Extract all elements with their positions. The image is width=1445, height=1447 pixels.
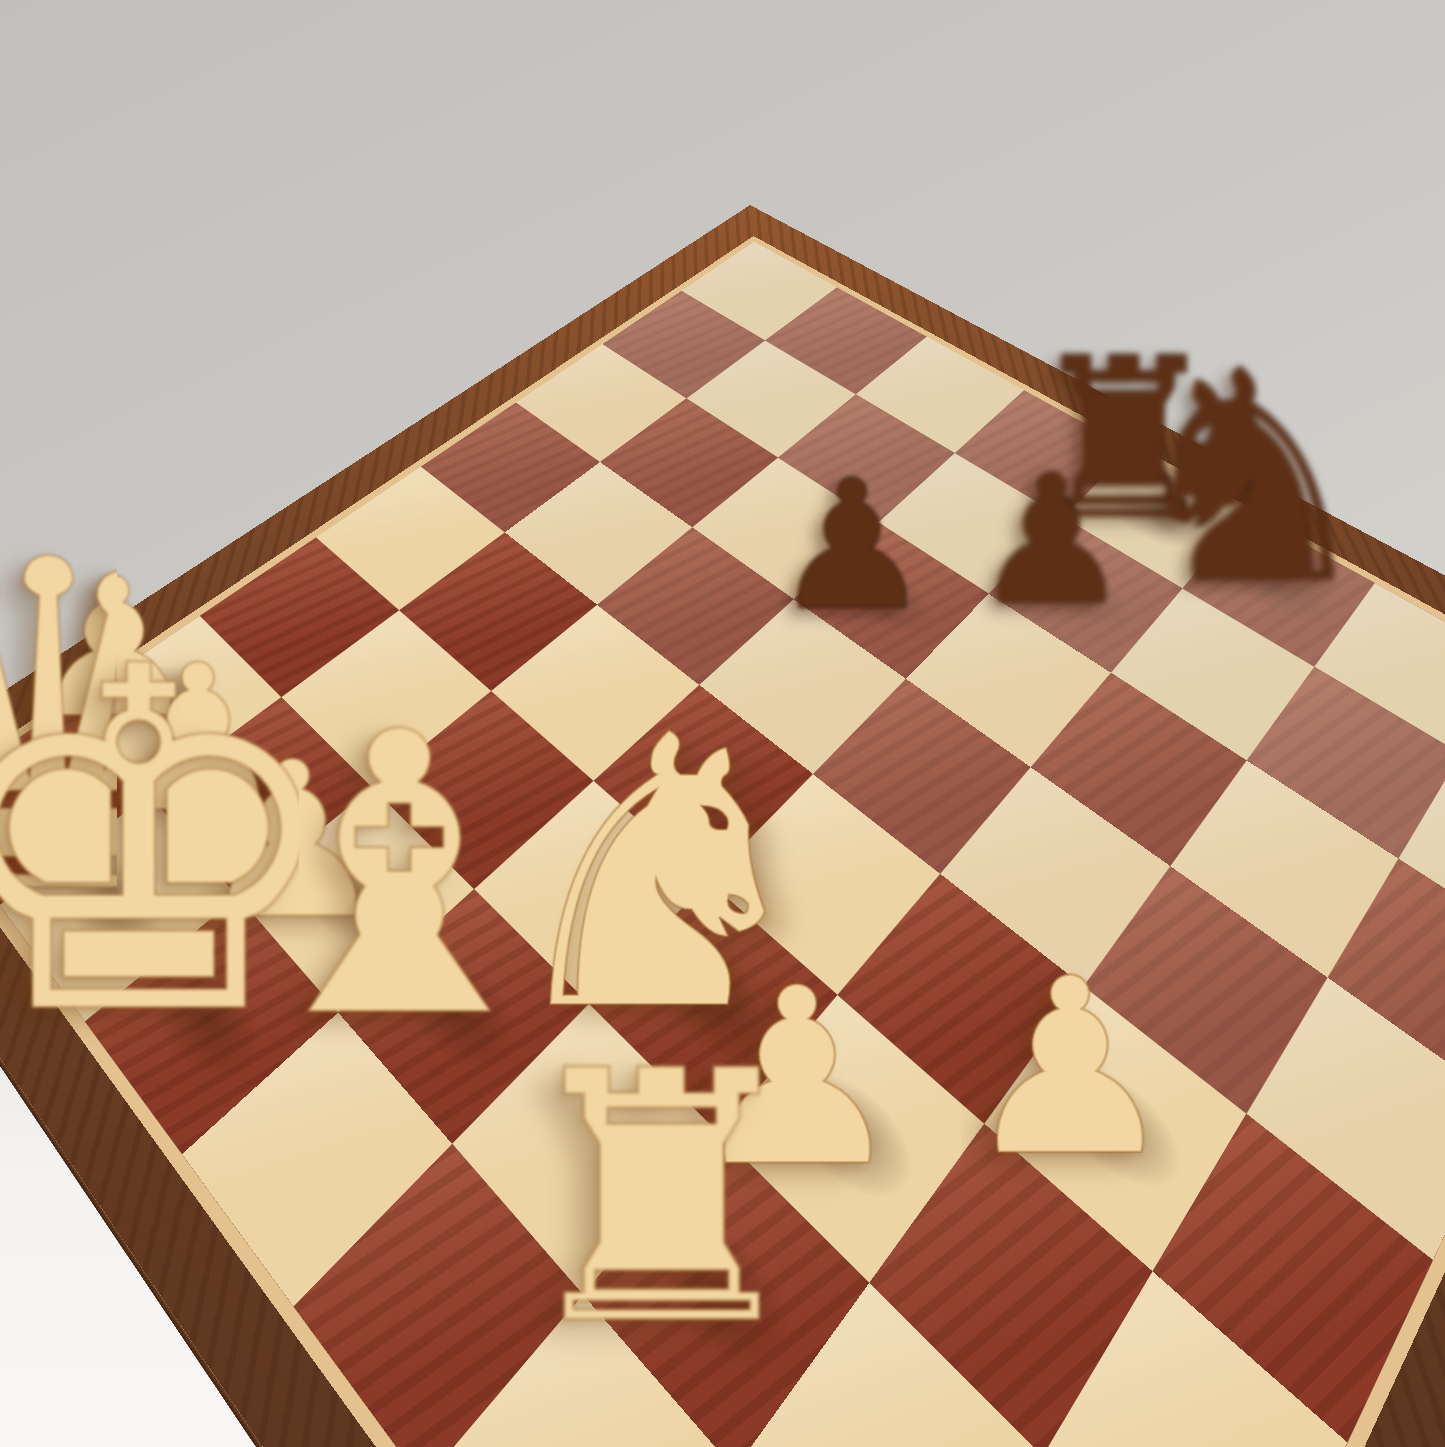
white-pawn-g4[interactable]: ♟: [960, 945, 1178, 1188]
chess-board: ♜♞♝♟♟♟♞♟♟♟♟♝♜♛♚: [0, 205, 1445, 1447]
board-scene: ♜♞♝♟♟♟♞♟♟♟♟♝♜♛♚: [0, 0, 1445, 1447]
black-pawn-d6[interactable]: ♟: [771, 455, 931, 634]
black-pawn-e7[interactable]: ♟: [971, 450, 1131, 628]
black-knight-f8[interactable]: ♞: [1118, 332, 1379, 623]
white-king-c1[interactable]: ♚: [0, 606, 350, 1079]
black-bishop-h8[interactable]: ♝: [1392, 462, 1445, 797]
product-photo: ♜♞♝♟♟♟♞♟♟♟♟♝♜♛♚: [0, 0, 1445, 1447]
playing-area: ♜♞♝♟♟♟♞♟♟♟♟♝♜♛♚: [0, 236, 1445, 1447]
white-rook-f2[interactable]: ♜: [506, 1024, 816, 1370]
board-frame: ♜♞♝♟♟♟♞♟♟♟♟♝♜♛♚: [0, 205, 1445, 1447]
